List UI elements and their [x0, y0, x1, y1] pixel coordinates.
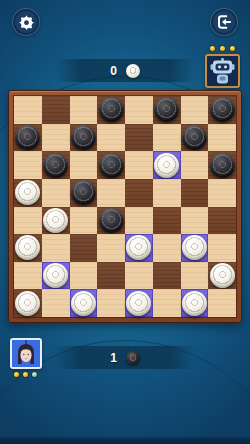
- square-r5c1: [14, 207, 42, 235]
- square-r3c6[interactable]: [153, 151, 181, 179]
- square-r6c1[interactable]: [14, 234, 42, 262]
- player-score: 1: [110, 351, 117, 365]
- square-r2c3[interactable]: [70, 124, 98, 152]
- square-r7c6[interactable]: [153, 262, 181, 290]
- checkers-board: [8, 90, 242, 323]
- square-r2c2: [42, 124, 70, 152]
- square-r2c7[interactable]: [181, 124, 209, 152]
- opponent-score: 0: [110, 64, 117, 78]
- captured-white-piece-icon: [126, 64, 140, 78]
- gold-star-icon: [23, 372, 28, 377]
- black-checker-piece[interactable]: [71, 180, 96, 205]
- person-icon: [12, 340, 40, 367]
- square-r1c1: [14, 96, 42, 124]
- white-checker-piece[interactable]: [182, 291, 207, 316]
- black-checker-piece[interactable]: [15, 125, 40, 150]
- captured-black-piece-icon: [126, 351, 140, 365]
- square-r2c1[interactable]: [14, 124, 42, 152]
- opponent-score-strip: 0: [55, 59, 195, 82]
- square-r7c2[interactable]: [42, 262, 70, 290]
- square-r3c5: [125, 151, 153, 179]
- square-r1c2[interactable]: [42, 96, 70, 124]
- square-r3c3: [70, 151, 98, 179]
- white-checker-piece[interactable]: [43, 208, 68, 233]
- square-r6c4: [97, 234, 125, 262]
- gold-star-icon: [210, 46, 215, 51]
- square-r5c8[interactable]: [208, 207, 236, 235]
- player-avatar: [10, 338, 42, 369]
- square-r5c7: [181, 207, 209, 235]
- settings-button[interactable]: [12, 8, 40, 36]
- square-r4c7[interactable]: [181, 179, 209, 207]
- white-checker-piece[interactable]: [15, 235, 40, 260]
- square-r6c7[interactable]: [181, 234, 209, 262]
- gold-star-icon: [220, 46, 225, 51]
- square-r4c2: [42, 179, 70, 207]
- square-r3c2[interactable]: [42, 151, 70, 179]
- gold-star-icon: [230, 46, 235, 51]
- bottom-bar: [0, 436, 250, 444]
- black-checker-piece[interactable]: [71, 125, 96, 150]
- square-r4c4: [97, 179, 125, 207]
- square-r1c6[interactable]: [153, 96, 181, 124]
- square-r2c8: [208, 124, 236, 152]
- black-checker-piece[interactable]: [99, 153, 124, 178]
- square-r7c3: [70, 262, 98, 290]
- square-r6c6: [153, 234, 181, 262]
- robot-icon: [207, 56, 238, 86]
- black-checker-piece[interactable]: [99, 97, 124, 122]
- opponent-stars: [210, 46, 235, 51]
- square-r3c4[interactable]: [97, 151, 125, 179]
- square-r2c4: [97, 124, 125, 152]
- square-r8c8: [208, 289, 236, 317]
- square-r7c4[interactable]: [97, 262, 125, 290]
- exit-icon: [216, 14, 232, 30]
- square-r5c6[interactable]: [153, 207, 181, 235]
- white-checker-piece[interactable]: [43, 263, 68, 288]
- white-checker-piece[interactable]: [154, 153, 179, 178]
- square-r1c5: [125, 96, 153, 124]
- black-checker-piece[interactable]: [154, 97, 179, 122]
- square-r8c3[interactable]: [70, 289, 98, 317]
- square-r1c8[interactable]: [208, 96, 236, 124]
- white-checker-piece[interactable]: [182, 235, 207, 260]
- gear-icon: [18, 14, 35, 31]
- square-r4c6: [153, 179, 181, 207]
- square-r3c1: [14, 151, 42, 179]
- white-checker-piece[interactable]: [126, 291, 151, 316]
- square-r7c8[interactable]: [208, 262, 236, 290]
- square-r7c1: [14, 262, 42, 290]
- square-r5c3: [70, 207, 98, 235]
- white-checker-piece[interactable]: [126, 235, 151, 260]
- square-r7c5: [125, 262, 153, 290]
- player-score-strip: 1: [55, 346, 195, 369]
- white-checker-piece[interactable]: [15, 291, 40, 316]
- square-r5c4[interactable]: [97, 207, 125, 235]
- black-checker-piece[interactable]: [210, 97, 235, 122]
- square-r8c2: [42, 289, 70, 317]
- square-r2c6: [153, 124, 181, 152]
- square-r4c8: [208, 179, 236, 207]
- square-r2c5[interactable]: [125, 124, 153, 152]
- black-checker-piece[interactable]: [182, 125, 207, 150]
- square-r3c7: [181, 151, 209, 179]
- square-r8c7[interactable]: [181, 289, 209, 317]
- square-r8c6: [153, 289, 181, 317]
- opponent-avatar: [205, 54, 240, 88]
- exit-button[interactable]: [210, 8, 238, 36]
- black-checker-piece[interactable]: [43, 153, 68, 178]
- square-r4c5[interactable]: [125, 179, 153, 207]
- black-checker-piece[interactable]: [99, 208, 124, 233]
- white-checker-piece[interactable]: [71, 291, 96, 316]
- square-r1c3: [70, 96, 98, 124]
- black-checker-piece[interactable]: [210, 153, 235, 178]
- green-star-icon: [32, 372, 37, 377]
- player-stars: [14, 372, 37, 377]
- square-r8c4: [97, 289, 125, 317]
- square-r6c8: [208, 234, 236, 262]
- square-r8c1[interactable]: [14, 289, 42, 317]
- gold-star-icon: [14, 372, 19, 377]
- square-r1c4[interactable]: [97, 96, 125, 124]
- white-checker-piece[interactable]: [15, 180, 40, 205]
- square-r6c2: [42, 234, 70, 262]
- square-r4c3[interactable]: [70, 179, 98, 207]
- square-r1c7: [181, 96, 209, 124]
- square-r6c5[interactable]: [125, 234, 153, 262]
- square-r8c5[interactable]: [125, 289, 153, 317]
- square-r4c1[interactable]: [14, 179, 42, 207]
- square-r5c2[interactable]: [42, 207, 70, 235]
- square-r3c8[interactable]: [208, 151, 236, 179]
- white-checker-piece[interactable]: [210, 263, 235, 288]
- board-grid: [14, 96, 236, 317]
- square-r6c3[interactable]: [70, 234, 98, 262]
- square-r7c7: [181, 262, 209, 290]
- game-screen: 0: [0, 0, 250, 444]
- square-r5c5: [125, 207, 153, 235]
